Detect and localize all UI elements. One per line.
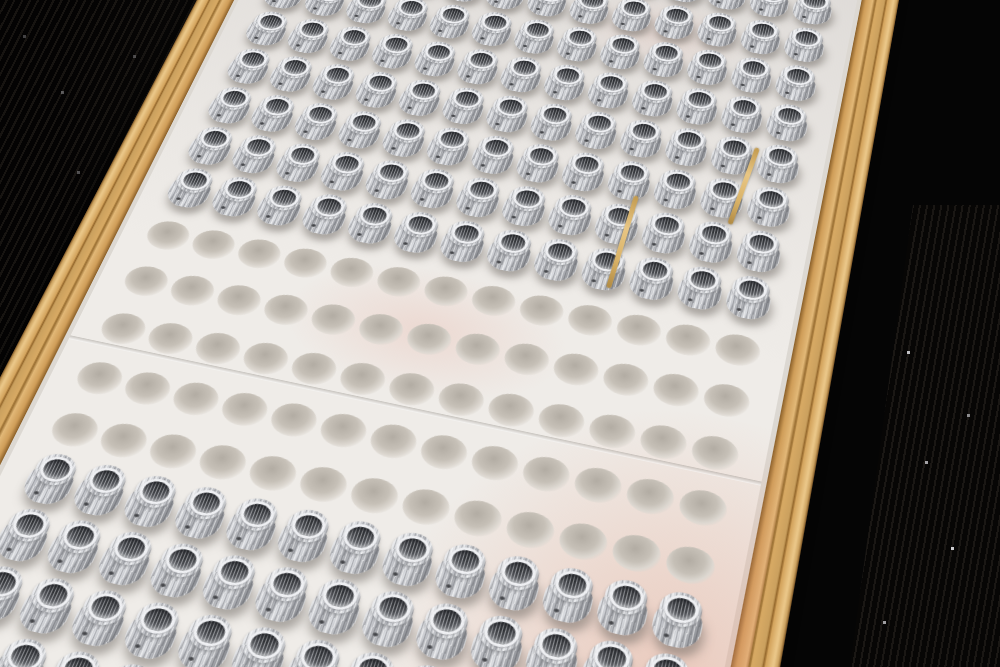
- bushing-bore: [244, 137, 272, 156]
- empty-foam-hole: [450, 496, 506, 540]
- bushing-bore: [377, 163, 405, 182]
- bushing-bore: [794, 30, 819, 47]
- bushing-bore: [288, 146, 316, 165]
- bushing-bore: [641, 260, 669, 281]
- bushing-bore: [270, 570, 304, 597]
- bushing-bore: [697, 52, 722, 69]
- bushing-bore: [785, 67, 810, 84]
- bushing-bore: [220, 89, 248, 107]
- empty-foam-hole: [354, 310, 407, 348]
- empty-foam-hole: [335, 359, 389, 399]
- bushing-bore: [355, 656, 390, 667]
- empty-foam-hole: [609, 531, 665, 577]
- empty-foam-hole: [613, 311, 664, 349]
- bushing-bore: [502, 559, 535, 586]
- bushing-bore: [7, 642, 43, 667]
- bushing-bore: [87, 594, 122, 621]
- bushing-bore: [430, 607, 464, 635]
- dust-specks: [0, 0, 1, 1]
- empty-foam-hole: [468, 282, 520, 319]
- bushing-bore: [731, 98, 757, 116]
- bushing-cross-hole: [740, 83, 745, 86]
- empty-foam-hole: [403, 320, 456, 358]
- empty-foam-hole: [398, 485, 455, 529]
- bushing-bore: [541, 106, 568, 124]
- empty-foam-hole: [555, 519, 611, 564]
- bushing-bore: [224, 179, 253, 198]
- empty-foam-hole: [266, 400, 322, 441]
- bushing-bore: [301, 643, 336, 667]
- bushing-bore: [528, 146, 555, 165]
- empty-foam-hole: [637, 421, 690, 463]
- bushing-bore: [360, 205, 389, 225]
- bushing-bore: [350, 113, 378, 131]
- bushing-bore: [721, 139, 747, 158]
- bushing-bore: [664, 172, 691, 191]
- bushing-bore: [438, 130, 465, 148]
- bushing-bore: [499, 232, 528, 252]
- bushing-bore: [776, 106, 802, 124]
- bushing-bore: [263, 97, 291, 115]
- bushing-bore: [383, 36, 410, 53]
- bushing-bore: [140, 606, 175, 633]
- bushing-bore: [422, 171, 450, 190]
- bushing-bore: [689, 269, 717, 290]
- empty-foam-hole: [259, 291, 312, 328]
- bushing-bore: [453, 90, 480, 108]
- bushing-bore: [622, 0, 647, 16]
- empty-foam-hole: [550, 350, 602, 389]
- empty-foam-hole: [287, 349, 342, 388]
- bushing-bore: [0, 569, 19, 596]
- bushing-bore: [35, 581, 70, 608]
- empty-foam-hole: [571, 464, 626, 507]
- bushing-bore: [767, 147, 793, 166]
- bushing-bore: [452, 223, 481, 243]
- bushing-bore: [180, 171, 209, 190]
- bushing-bore: [750, 22, 775, 39]
- bushing-bore: [139, 479, 173, 504]
- bushing-bore: [410, 82, 437, 100]
- bushing-bore: [631, 122, 658, 140]
- bushing-bore: [653, 215, 681, 235]
- bushing-bore: [394, 122, 422, 140]
- bushing-bore: [332, 154, 360, 173]
- empty-foam-hole: [279, 245, 331, 281]
- bushing-bore: [700, 224, 727, 244]
- empty-foam-hole: [326, 254, 378, 290]
- empty-foam-hole: [535, 400, 589, 441]
- bushing-bore: [676, 130, 702, 148]
- bushing-bore: [707, 15, 732, 32]
- bushing-bore: [63, 523, 98, 549]
- bushing-bore: [598, 75, 624, 93]
- bushing-bore: [357, 0, 383, 8]
- bushing-bore: [341, 28, 368, 45]
- bushing-bore: [39, 457, 73, 481]
- bushing-bore: [316, 0, 342, 1]
- bushing-bore: [189, 490, 222, 515]
- bushing-bore: [306, 105, 334, 123]
- bushing-bore: [759, 0, 783, 2]
- bushing-bore: [610, 37, 636, 54]
- bushing-cross-hole: [759, 8, 764, 11]
- bushing-bore: [618, 163, 645, 182]
- empty-foam-hole: [434, 380, 488, 420]
- bushing-bore: [314, 197, 343, 217]
- empty-foam-hole: [346, 474, 403, 518]
- bushing-bore: [269, 188, 298, 207]
- empty-foam-hole: [689, 432, 742, 474]
- bushing-bore: [440, 7, 466, 23]
- bushing-bore: [257, 14, 284, 31]
- bushing-bore: [653, 44, 678, 61]
- bushing-bore: [193, 618, 228, 646]
- photo-scene: [0, 0, 1000, 667]
- bushing-bore: [165, 547, 199, 573]
- empty-foam-hole: [519, 453, 574, 496]
- bushing-bore: [396, 536, 429, 562]
- bushing-bore: [406, 214, 435, 234]
- empty-foam-hole: [564, 301, 615, 339]
- empty-foam-hole: [623, 475, 677, 519]
- bushing-bore: [246, 631, 281, 659]
- bushing-bore: [545, 241, 573, 261]
- empty-foam-hole: [373, 264, 425, 301]
- bushing-bore: [711, 181, 738, 200]
- bushing-bore: [468, 180, 496, 199]
- empty-foam-hole: [244, 452, 301, 495]
- bushing-bore: [687, 90, 713, 108]
- empty-foam-hole: [516, 292, 567, 329]
- bushing-bore: [425, 44, 451, 61]
- empty-foam-hole: [701, 380, 753, 420]
- bushing-bore: [60, 655, 96, 667]
- bushing-bore: [651, 657, 684, 667]
- empty-foam-hole: [385, 369, 439, 409]
- bushing-bore: [281, 58, 308, 75]
- bushing-bore: [642, 82, 668, 100]
- empty-foam-hole: [502, 508, 558, 553]
- bushing-bore: [741, 60, 766, 77]
- empty-foam-hole: [451, 330, 504, 369]
- empty-foam-hole: [712, 331, 762, 370]
- empty-foam-hole: [295, 463, 352, 506]
- empty-foam-hole: [663, 321, 714, 359]
- bushing-bore: [559, 197, 587, 217]
- bushing-bore: [586, 114, 613, 132]
- bushing-bore: [482, 14, 508, 31]
- bushing-bore: [511, 59, 537, 76]
- empty-foam-hole: [420, 273, 472, 310]
- bushing-cross-hole: [706, 37, 711, 40]
- bushing-bore: [376, 594, 410, 621]
- bushing-bore: [114, 535, 148, 561]
- empty-foam-hole: [416, 431, 471, 473]
- bushing-bore: [324, 66, 351, 83]
- empty-foam-hole: [366, 421, 421, 463]
- bushing-bore: [484, 619, 517, 647]
- bushing-cross-hole: [716, 1, 721, 4]
- bushing-bore: [483, 138, 510, 157]
- empty-foam-hole: [307, 301, 360, 339]
- empty-foam-hole: [663, 542, 718, 588]
- bushing-bore: [556, 571, 588, 598]
- empty-foam-hole: [484, 390, 538, 431]
- bushing-bore: [200, 129, 229, 147]
- empty-foam-hole: [600, 360, 652, 400]
- bushing-bore: [664, 7, 689, 23]
- bushing-bore: [468, 51, 494, 68]
- empty-foam-hole: [585, 411, 638, 452]
- bushing-bore: [610, 583, 642, 610]
- bushing-bore: [567, 29, 593, 46]
- bushing-bore: [239, 51, 266, 68]
- bushing-bore: [595, 644, 628, 667]
- bushing-bore: [525, 22, 551, 39]
- bushing-bore: [398, 0, 424, 16]
- bushing-bore: [737, 279, 765, 300]
- bushing-bore: [240, 501, 273, 526]
- empty-foam-hole: [316, 410, 372, 451]
- empty-foam-hole: [500, 340, 552, 379]
- bushing-bore: [554, 67, 580, 84]
- bushing-bore: [513, 189, 541, 208]
- empty-foam-hole: [238, 339, 293, 378]
- bushing-bore: [579, 0, 604, 9]
- ribbed-rubber-mat-right: [850, 205, 1000, 667]
- bushing-bore: [12, 512, 47, 538]
- bushing-bore: [573, 155, 600, 174]
- bushing-bore: [665, 595, 697, 622]
- bushing-bore: [748, 233, 775, 253]
- bushing-bore: [343, 524, 376, 550]
- bushing-cross-hole: [750, 45, 755, 48]
- bushing-bore: [292, 513, 325, 539]
- bushing-bore: [89, 468, 123, 493]
- bushing-bore: [802, 0, 826, 9]
- bushing-bore: [367, 74, 394, 92]
- bushing-bore: [217, 558, 251, 585]
- bushing-bore: [757, 189, 784, 209]
- empty-foam-hole: [467, 442, 522, 484]
- empty-foam-hole: [676, 486, 730, 530]
- bushing-bore: [538, 0, 563, 2]
- bushing-bore: [539, 632, 572, 660]
- bushing-bore: [299, 21, 326, 38]
- bushing-bore: [497, 98, 524, 116]
- bushing-bore: [322, 582, 356, 609]
- bushing-bore: [449, 548, 482, 574]
- empty-foam-hole: [650, 370, 702, 410]
